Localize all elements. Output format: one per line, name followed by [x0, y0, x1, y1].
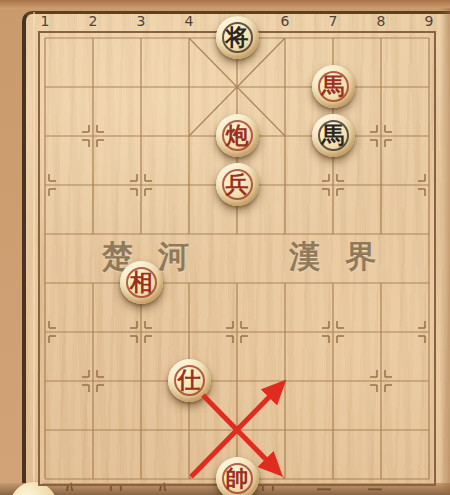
piece-glyph: 仕: [178, 369, 201, 392]
intersection-c5r6[interactable]: [213, 307, 261, 356]
intersection-c2r5[interactable]: [69, 258, 117, 307]
intersection-c7r6[interactable]: [309, 307, 357, 356]
intersection-c8r2[interactable]: [357, 111, 405, 160]
intersection-c1r0[interactable]: [21, 13, 69, 62]
intersection-c8r0[interactable]: [357, 13, 405, 62]
intersection-c2r4[interactable]: [69, 209, 117, 258]
intersection-c9r5[interactable]: [405, 258, 450, 307]
piece-glyph: 炮: [226, 124, 249, 147]
intersection-c6r4[interactable]: [261, 209, 309, 258]
piece-red-horse[interactable]: 馬: [312, 65, 355, 108]
intersection-c4r5[interactable]: [165, 258, 213, 307]
intersection-c9r2[interactable]: [405, 111, 450, 160]
intersection-c2r6[interactable]: [69, 307, 117, 356]
intersection-c4r8[interactable]: [165, 405, 213, 454]
piece-red-advisor[interactable]: 仕: [168, 359, 211, 402]
intersection-c5r1[interactable]: [213, 62, 261, 111]
intersection-c1r5[interactable]: [21, 258, 69, 307]
xiangqi-app: 123456789 楚 河 漢 界 将馬炮馬兵相仕帥 八口八口一一: [0, 0, 450, 495]
intersection-c9r1[interactable]: [405, 62, 450, 111]
intersection-c7r1[interactable]: 馬: [309, 62, 357, 111]
piece-glyph: 馬: [322, 75, 345, 98]
intersection-c1r8[interactable]: [21, 405, 69, 454]
intersection-c9r8[interactable]: [405, 405, 450, 454]
intersection-c3r4[interactable]: [117, 209, 165, 258]
intersection-c7r5[interactable]: [309, 258, 357, 307]
intersection-c5r2[interactable]: 炮: [213, 111, 261, 160]
intersection-c7r3[interactable]: [309, 160, 357, 209]
intersection-c7r7[interactable]: [309, 356, 357, 405]
piece-red-soldier[interactable]: 兵: [216, 163, 259, 206]
intersection-c8r3[interactable]: [357, 160, 405, 209]
intersection-c7r9[interactable]: [309, 454, 357, 495]
intersection-c9r0[interactable]: [405, 13, 450, 62]
piece-glyph: 相: [130, 271, 153, 294]
intersection-c9r4[interactable]: [405, 209, 450, 258]
intersection-c5r9[interactable]: 帥: [213, 454, 261, 495]
intersection-c7r2[interactable]: 馬: [309, 111, 357, 160]
intersection-c5r4[interactable]: [213, 209, 261, 258]
intersection-c4r7[interactable]: 仕: [165, 356, 213, 405]
intersection-c2r0[interactable]: [69, 13, 117, 62]
intersection-c8r8[interactable]: [357, 405, 405, 454]
intersection-c6r2[interactable]: [261, 111, 309, 160]
piece-glyph: 帥: [226, 467, 249, 490]
intersection-c6r0[interactable]: [261, 13, 309, 62]
intersection-c3r6[interactable]: [117, 307, 165, 356]
intersection-c6r3[interactable]: [261, 160, 309, 209]
piece-glyph: 馬: [322, 124, 345, 147]
intersection-c4r6[interactable]: [165, 307, 213, 356]
intersection-c2r2[interactable]: [69, 111, 117, 160]
board-intersections: 将馬炮馬兵相仕帥: [21, 13, 450, 495]
intersection-c7r4[interactable]: [309, 209, 357, 258]
intersection-c8r7[interactable]: [357, 356, 405, 405]
intersection-c3r0[interactable]: [117, 13, 165, 62]
piece-red-elephant[interactable]: 相: [120, 261, 163, 304]
intersection-c5r3[interactable]: 兵: [213, 160, 261, 209]
intersection-c3r3[interactable]: [117, 160, 165, 209]
piece-red-cannon[interactable]: 炮: [216, 114, 259, 157]
intersection-c8r9[interactable]: [357, 454, 405, 495]
intersection-c9r7[interactable]: [405, 356, 450, 405]
intersection-c1r2[interactable]: [21, 111, 69, 160]
intersection-c1r3[interactable]: [21, 160, 69, 209]
intersection-c4r2[interactable]: [165, 111, 213, 160]
intersection-c6r6[interactable]: [261, 307, 309, 356]
intersection-c6r1[interactable]: [261, 62, 309, 111]
piece-red-general[interactable]: 帥: [216, 457, 259, 495]
intersection-c2r9[interactable]: [69, 454, 117, 495]
intersection-c2r3[interactable]: [69, 160, 117, 209]
intersection-c5r7[interactable]: [213, 356, 261, 405]
intersection-c3r2[interactable]: [117, 111, 165, 160]
intersection-c8r1[interactable]: [357, 62, 405, 111]
intersection-c6r7[interactable]: [261, 356, 309, 405]
intersection-c8r5[interactable]: [357, 258, 405, 307]
piece-black-general[interactable]: 将: [216, 16, 259, 59]
intersection-c2r7[interactable]: [69, 356, 117, 405]
intersection-c5r0[interactable]: 将: [213, 13, 261, 62]
intersection-c3r8[interactable]: [117, 405, 165, 454]
intersection-c4r3[interactable]: [165, 160, 213, 209]
intersection-c8r4[interactable]: [357, 209, 405, 258]
intersection-c4r0[interactable]: [165, 13, 213, 62]
intersection-c6r9[interactable]: [261, 454, 309, 495]
intersection-c4r4[interactable]: [165, 209, 213, 258]
piece-glyph: 兵: [226, 173, 249, 196]
intersection-c2r8[interactable]: [69, 405, 117, 454]
intersection-c6r5[interactable]: [261, 258, 309, 307]
intersection-c4r1[interactable]: [165, 62, 213, 111]
intersection-c5r8[interactable]: [213, 405, 261, 454]
intersection-c3r7[interactable]: [117, 356, 165, 405]
intersection-c1r6[interactable]: [21, 307, 69, 356]
intersection-c6r8[interactable]: [261, 405, 309, 454]
intersection-c9r6[interactable]: [405, 307, 450, 356]
intersection-c1r7[interactable]: [21, 356, 69, 405]
intersection-c3r9[interactable]: [117, 454, 165, 495]
intersection-c3r1[interactable]: [117, 62, 165, 111]
piece-black-horse[interactable]: 馬: [312, 114, 355, 157]
intersection-c8r6[interactable]: [357, 307, 405, 356]
intersection-c7r0[interactable]: [309, 13, 357, 62]
intersection-c4r9[interactable]: [165, 454, 213, 495]
intersection-c7r8[interactable]: [309, 405, 357, 454]
intersection-c3r5[interactable]: 相: [117, 258, 165, 307]
intersection-c9r9[interactable]: [405, 454, 450, 495]
intersection-c1r4[interactable]: [21, 209, 69, 258]
intersection-c9r3[interactable]: [405, 160, 450, 209]
intersection-c1r1[interactable]: [21, 62, 69, 111]
piece-glyph: 将: [226, 26, 249, 49]
intersection-c1r9[interactable]: [21, 454, 69, 495]
intersection-c2r1[interactable]: [69, 62, 117, 111]
intersection-c5r5[interactable]: [213, 258, 261, 307]
